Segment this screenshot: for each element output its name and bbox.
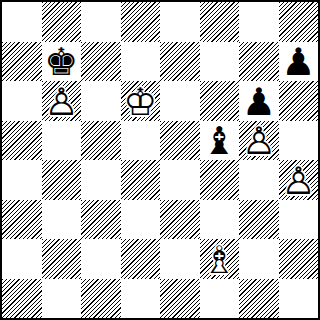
black-pawn-icon: ♟ (281, 43, 315, 81)
piece-black-king[interactable]: ♚ (42, 42, 82, 82)
piece-black-pawn[interactable]: ♟ (239, 81, 279, 121)
square-f5[interactable]: ♝ (200, 121, 240, 161)
square-g8[interactable] (239, 2, 279, 42)
square-a3[interactable] (2, 200, 42, 240)
square-f7[interactable] (200, 42, 240, 82)
square-h4[interactable]: ♟♙ (279, 160, 319, 200)
square-g3[interactable] (239, 200, 279, 240)
square-a5[interactable] (2, 121, 42, 161)
square-b3[interactable] (42, 200, 82, 240)
square-d5[interactable] (121, 121, 161, 161)
square-a7[interactable] (2, 42, 42, 82)
piece-white-bishop[interactable]: ♝♗ (200, 239, 240, 279)
square-f2[interactable]: ♝♗ (200, 239, 240, 279)
square-b1[interactable] (42, 279, 82, 319)
square-c5[interactable] (81, 121, 121, 161)
square-d4[interactable] (121, 160, 161, 200)
square-f4[interactable] (200, 160, 240, 200)
square-a1[interactable] (2, 279, 42, 319)
square-e7[interactable] (160, 42, 200, 82)
square-d7[interactable] (121, 42, 161, 82)
square-h1[interactable] (279, 279, 319, 319)
square-e6[interactable] (160, 81, 200, 121)
square-f6[interactable] (200, 81, 240, 121)
square-a4[interactable] (2, 160, 42, 200)
square-h7[interactable]: ♟ (279, 42, 319, 82)
square-g4[interactable] (239, 160, 279, 200)
white-pawn-icon: ♙ (242, 122, 276, 160)
square-g5[interactable]: ♟♙ (239, 121, 279, 161)
square-c4[interactable] (81, 160, 121, 200)
white-pawn-icon: ♙ (281, 162, 315, 200)
square-c1[interactable] (81, 279, 121, 319)
square-c8[interactable] (81, 2, 121, 42)
square-h3[interactable] (279, 200, 319, 240)
square-e1[interactable] (160, 279, 200, 319)
square-e4[interactable] (160, 160, 200, 200)
square-c7[interactable] (81, 42, 121, 82)
square-d6[interactable]: ♚♔ (121, 81, 161, 121)
square-a6[interactable] (2, 81, 42, 121)
square-d2[interactable] (121, 239, 161, 279)
square-g1[interactable] (239, 279, 279, 319)
square-g6[interactable]: ♟ (239, 81, 279, 121)
square-b4[interactable] (42, 160, 82, 200)
white-king-icon: ♔ (123, 83, 157, 121)
square-g7[interactable] (239, 42, 279, 82)
piece-white-pawn[interactable]: ♟♙ (279, 160, 319, 200)
square-e3[interactable] (160, 200, 200, 240)
square-h6[interactable] (279, 81, 319, 121)
piece-white-pawn[interactable]: ♟♙ (42, 81, 82, 121)
chess-board: ♚♟♟♙♚♔♟♝♟♙♟♙♝♗ (0, 0, 320, 320)
square-b2[interactable] (42, 239, 82, 279)
piece-black-pawn[interactable]: ♟ (279, 42, 319, 82)
square-c6[interactable] (81, 81, 121, 121)
square-c3[interactable] (81, 200, 121, 240)
white-pawn-icon: ♙ (44, 83, 78, 121)
square-b5[interactable] (42, 121, 82, 161)
square-b7[interactable]: ♚ (42, 42, 82, 82)
piece-white-king[interactable]: ♚♔ (121, 81, 161, 121)
square-d8[interactable] (121, 2, 161, 42)
square-e8[interactable] (160, 2, 200, 42)
square-f1[interactable] (200, 279, 240, 319)
square-f8[interactable] (200, 2, 240, 42)
square-e5[interactable] (160, 121, 200, 161)
square-h8[interactable] (279, 2, 319, 42)
square-h5[interactable] (279, 121, 319, 161)
square-h2[interactable] (279, 239, 319, 279)
square-b6[interactable]: ♟♙ (42, 81, 82, 121)
piece-white-pawn[interactable]: ♟♙ (239, 121, 279, 161)
square-e2[interactable] (160, 239, 200, 279)
square-d1[interactable] (121, 279, 161, 319)
square-d3[interactable] (121, 200, 161, 240)
square-c2[interactable] (81, 239, 121, 279)
square-g2[interactable] (239, 239, 279, 279)
black-bishop-icon: ♝ (202, 122, 236, 160)
square-f3[interactable] (200, 200, 240, 240)
black-pawn-icon: ♟ (242, 83, 276, 121)
white-bishop-icon: ♗ (202, 241, 236, 279)
piece-black-bishop[interactable]: ♝ (200, 121, 240, 161)
black-king-icon: ♚ (44, 43, 78, 81)
square-a8[interactable] (2, 2, 42, 42)
square-b8[interactable] (42, 2, 82, 42)
square-a2[interactable] (2, 239, 42, 279)
